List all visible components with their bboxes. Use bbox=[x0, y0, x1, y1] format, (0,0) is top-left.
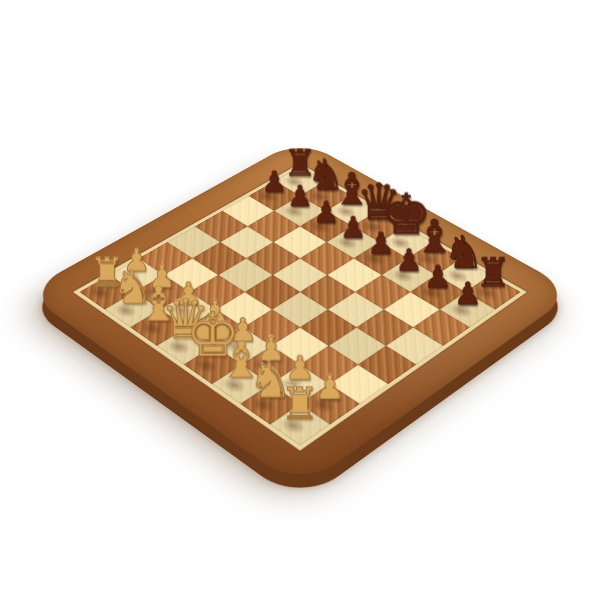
chess-board: ♜♞♟♝♟♛♟♚♟♝♟♞♟♟♜♟♟♜♟♟♞♟♝♟♛♟♚♟♝♟♞♜ bbox=[24, 139, 576, 490]
scene: ♜♞♟♝♟♛♟♚♟♝♟♞♟♟♜♟♟♜♟♟♞♟♝♟♛♟♚♟♝♟♞♜ bbox=[0, 0, 600, 600]
photo-canvas: ♜♞♟♝♟♛♟♚♟♝♟♞♟♟♜♟♟♜♟♟♞♟♝♟♛♟♚♟♝♟♞♜ bbox=[0, 0, 600, 600]
white-R-glyph: ♜ bbox=[256, 381, 344, 425]
black-P-glyph: ♟ bbox=[427, 278, 508, 309]
